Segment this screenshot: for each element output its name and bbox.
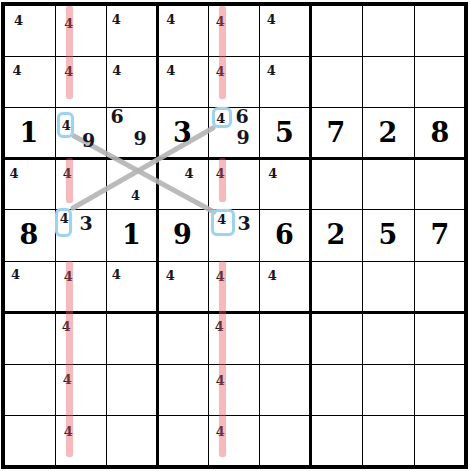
- cell-r8c1[interactable]: [3, 364, 55, 415]
- given-digit-r5c9: 7: [431, 221, 450, 248]
- cell-r7c5[interactable]: 4: [208, 312, 259, 364]
- pencil-mark-4-r2c4: 4: [166, 64, 175, 77]
- pencil-mark-4-r8c2: 4: [63, 373, 72, 386]
- given-digit-r5c8: 5: [379, 221, 398, 248]
- pencil-mark-4-r4c5: 4: [216, 167, 225, 180]
- cell-r1c9[interactable]: [414, 4, 466, 56]
- pencil-mark-3-r5c5: 3: [238, 214, 251, 233]
- cell-r4c1[interactable]: 4: [3, 158, 55, 209]
- pencil-mark-4-r6c5: 4: [216, 270, 225, 283]
- pencil-mark-4-r3c5: 4: [216, 111, 225, 124]
- pencil-mark-4-r4c2: 4: [63, 167, 72, 180]
- cell-r6c6[interactable]: 4: [259, 261, 310, 312]
- cell-r5c3[interactable]: 1: [106, 209, 157, 261]
- given-digit-r3c7: 7: [327, 118, 346, 145]
- cell-r1c5[interactable]: 4: [208, 4, 259, 56]
- cell-r7c6[interactable]: [259, 312, 310, 364]
- pencil-mark-4-r3c2: 4: [62, 118, 71, 131]
- cell-r6c8[interactable]: [362, 261, 414, 312]
- given-digit-r3c1: 1: [20, 118, 39, 145]
- cell-r6c9[interactable]: [414, 261, 466, 312]
- cell-r5c1[interactable]: 8: [3, 209, 55, 261]
- cell-r2c2[interactable]: 4: [55, 56, 106, 107]
- pencil-mark-4-r4c1: 4: [9, 166, 18, 179]
- cell-r8c8[interactable]: [362, 364, 414, 415]
- cell-r4c3[interactable]: 4: [106, 158, 157, 209]
- cell-r8c2[interactable]: 4: [55, 364, 106, 415]
- cell-r1c3[interactable]: 4: [106, 4, 157, 56]
- cell-r9c7[interactable]: [310, 415, 362, 467]
- pencil-mark-4-r6c6: 4: [268, 269, 277, 282]
- cells-layer: 4444444444441496934695728444444843194362…: [0, 0, 470, 471]
- cell-r5c8[interactable]: 5: [362, 209, 414, 261]
- cell-r9c1[interactable]: [3, 415, 55, 467]
- cell-r3c6[interactable]: 5: [259, 107, 310, 158]
- pencil-mark-4-r9c5: 4: [216, 424, 225, 437]
- cell-r8c5[interactable]: 4: [208, 364, 259, 415]
- cell-r7c7[interactable]: [310, 312, 362, 364]
- cell-r9c4[interactable]: [157, 415, 208, 467]
- pencil-mark-4-r7c5: 4: [215, 319, 224, 332]
- cell-r4c7[interactable]: [310, 158, 362, 209]
- cell-r4c5[interactable]: 4: [208, 158, 259, 209]
- pencil-mark-4-r1c5: 4: [216, 14, 225, 27]
- pencil-mark-4-r4c4: 4: [185, 166, 194, 179]
- cell-r7c2[interactable]: 4: [55, 312, 106, 364]
- cell-r2c4[interactable]: 4: [157, 56, 208, 107]
- cell-r1c6[interactable]: 4: [259, 4, 310, 56]
- cell-r3c4[interactable]: 3: [157, 107, 208, 158]
- pencil-mark-4-r1c1: 4: [14, 13, 23, 26]
- pencil-mark-4-r6c1: 4: [11, 268, 20, 281]
- pencil-mark-4-r2c1: 4: [13, 64, 22, 77]
- cell-r9c2[interactable]: 4: [55, 415, 106, 467]
- given-digit-r5c6: 6: [275, 221, 294, 248]
- cell-r5c7[interactable]: 2: [310, 209, 362, 261]
- cell-r2c7[interactable]: [310, 56, 362, 107]
- pencil-mark-4-r1c4: 4: [166, 12, 175, 25]
- pencil-mark-4-r9c2: 4: [64, 424, 73, 437]
- pencil-mark-4-r5c5: 4: [217, 212, 226, 225]
- cell-r1c1[interactable]: 4: [3, 4, 55, 56]
- cell-r2c1[interactable]: 4: [3, 56, 55, 107]
- cell-r3c8[interactable]: 2: [362, 107, 414, 158]
- cell-r4c6[interactable]: 4: [259, 158, 310, 209]
- cell-r7c8[interactable]: [362, 312, 414, 364]
- cell-r7c1[interactable]: [3, 312, 55, 364]
- given-digit-r3c6: 5: [275, 118, 294, 145]
- sudoku-board: 4444444444441496934695728444444843194362…: [0, 0, 470, 471]
- pencil-mark-9-r3c3: 9: [134, 128, 147, 147]
- cell-r3c3[interactable]: 69: [106, 107, 157, 158]
- given-digit-r3c9: 8: [431, 118, 450, 145]
- cell-r2c3[interactable]: 4: [106, 56, 157, 107]
- cell-r3c9[interactable]: 8: [414, 107, 466, 158]
- cell-r8c3[interactable]: [106, 364, 157, 415]
- cell-r4c9[interactable]: [414, 158, 466, 209]
- cell-r8c4[interactable]: [157, 364, 208, 415]
- pencil-mark-4-r7c2: 4: [62, 319, 71, 332]
- pencil-mark-4-r2c5: 4: [216, 65, 225, 78]
- pencil-mark-4-r6c4: 4: [166, 269, 175, 282]
- pencil-mark-4-r8c5: 4: [216, 374, 225, 387]
- cell-r3c7[interactable]: 7: [310, 107, 362, 158]
- cell-r1c2[interactable]: 4: [55, 4, 106, 56]
- pencil-mark-6-r3c5: 6: [236, 107, 249, 126]
- pencil-mark-4-r4c6: 4: [268, 166, 277, 179]
- cell-r8c7[interactable]: [310, 364, 362, 415]
- cell-r2c6[interactable]: 4: [259, 56, 310, 107]
- cell-r9c6[interactable]: [259, 415, 310, 467]
- pencil-mark-4-r5c2: 4: [60, 211, 69, 224]
- cell-r9c3[interactable]: [106, 415, 157, 467]
- cell-r3c2[interactable]: 49: [55, 107, 106, 158]
- cell-r7c3[interactable]: [106, 312, 157, 364]
- cell-r5c2[interactable]: 43: [55, 209, 106, 261]
- cell-r1c4[interactable]: 4: [157, 4, 208, 56]
- cell-r2c8[interactable]: [362, 56, 414, 107]
- cell-r5c9[interactable]: 7: [414, 209, 466, 261]
- cell-r6c7[interactable]: [310, 261, 362, 312]
- given-digit-r5c3: 1: [122, 221, 141, 248]
- pencil-mark-4-r6c3: 4: [112, 268, 121, 281]
- cell-r3c5[interactable]: 469: [208, 107, 259, 158]
- given-digit-r3c8: 2: [379, 118, 398, 145]
- cell-r6c4[interactable]: 4: [157, 261, 208, 312]
- pencil-mark-4-r2c3: 4: [112, 63, 121, 76]
- cell-r9c9[interactable]: [414, 415, 466, 467]
- cell-r2c5[interactable]: 4: [208, 56, 259, 107]
- cell-r6c2[interactable]: 4: [55, 261, 106, 312]
- pencil-mark-3-r5c2: 3: [79, 214, 92, 233]
- given-digit-r5c7: 2: [327, 221, 346, 248]
- pencil-mark-4-r4c3: 4: [131, 189, 140, 202]
- cell-r7c4[interactable]: [157, 312, 208, 364]
- pencil-mark-4-r1c6: 4: [267, 12, 276, 25]
- cell-r3c1[interactable]: 1: [3, 107, 55, 158]
- cell-r5c4[interactable]: 9: [157, 209, 208, 261]
- given-digit-r5c4: 9: [173, 221, 192, 248]
- cell-r5c5[interactable]: 43: [208, 209, 259, 261]
- cell-r2c9[interactable]: [414, 56, 466, 107]
- cell-r6c5[interactable]: 4: [208, 261, 259, 312]
- given-digit-r3c4: 3: [173, 118, 192, 145]
- cell-r6c1[interactable]: 4: [3, 261, 55, 312]
- cell-r4c8[interactable]: [362, 158, 414, 209]
- cell-r8c6[interactable]: [259, 364, 310, 415]
- pencil-mark-9-r3c5: 9: [237, 127, 250, 146]
- pencil-mark-4-r1c3: 4: [112, 12, 121, 25]
- cell-r6c3[interactable]: 4: [106, 261, 157, 312]
- cell-r4c2[interactable]: 4: [55, 158, 106, 209]
- pencil-mark-9-r3c2: 9: [82, 131, 95, 150]
- cell-r9c8[interactable]: [362, 415, 414, 467]
- cell-r1c7[interactable]: [310, 4, 362, 56]
- pencil-mark-4-r2c6: 4: [267, 64, 276, 77]
- given-digit-r5c1: 8: [20, 221, 39, 248]
- pencil-mark-4-r2c2: 4: [64, 65, 73, 78]
- cell-r5c6[interactable]: 6: [259, 209, 310, 261]
- pencil-mark-6-r3c3: 6: [111, 107, 124, 126]
- pencil-mark-4-r1c2: 4: [64, 16, 73, 29]
- cell-r9c5[interactable]: 4: [208, 415, 259, 467]
- pencil-mark-4-r6c2: 4: [64, 270, 73, 283]
- cell-r7c9[interactable]: [414, 312, 466, 364]
- cell-r4c4[interactable]: 4: [157, 158, 208, 209]
- cell-r1c8[interactable]: [362, 4, 414, 56]
- cell-r8c9[interactable]: [414, 364, 466, 415]
